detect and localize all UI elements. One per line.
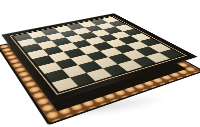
perspective-scene xyxy=(0,0,200,127)
photo-canvas xyxy=(0,0,200,127)
chess-board xyxy=(1,13,198,102)
